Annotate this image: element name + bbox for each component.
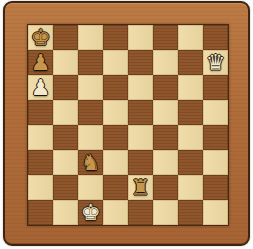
square-d1[interactable] [103, 200, 128, 225]
square-e6[interactable] [128, 75, 153, 100]
square-e1[interactable] [128, 200, 153, 225]
square-c3[interactable]: ♞ [78, 150, 103, 175]
square-c4[interactable] [78, 125, 103, 150]
square-c2[interactable] [78, 175, 103, 200]
square-d4[interactable] [103, 125, 128, 150]
square-h3[interactable] [203, 150, 228, 175]
square-e7[interactable] [128, 50, 153, 75]
square-e3[interactable] [128, 150, 153, 175]
square-g5[interactable] [178, 100, 203, 125]
square-b8[interactable] [53, 25, 78, 50]
square-g2[interactable] [178, 175, 203, 200]
square-f1[interactable] [153, 200, 178, 225]
square-f4[interactable] [153, 125, 178, 150]
square-d7[interactable] [103, 50, 128, 75]
square-h6[interactable] [203, 75, 228, 100]
square-e5[interactable] [128, 100, 153, 125]
square-e4[interactable] [128, 125, 153, 150]
square-a2[interactable] [28, 175, 53, 200]
square-b1[interactable] [53, 200, 78, 225]
square-h5[interactable] [203, 100, 228, 125]
square-d2[interactable] [103, 175, 128, 200]
square-h2[interactable] [203, 175, 228, 200]
square-a7[interactable]: ♟ [28, 50, 53, 75]
black-king[interactable]: ♚ [31, 27, 51, 49]
square-c7[interactable] [78, 50, 103, 75]
black-knight[interactable]: ♞ [81, 152, 101, 174]
square-c5[interactable] [78, 100, 103, 125]
white-pawn[interactable]: ♟ [31, 77, 51, 99]
square-g8[interactable] [178, 25, 203, 50]
square-f6[interactable] [153, 75, 178, 100]
square-c6[interactable] [78, 75, 103, 100]
square-e2[interactable]: ♜ [128, 175, 153, 200]
square-h1[interactable] [203, 200, 228, 225]
square-g1[interactable] [178, 200, 203, 225]
square-a8[interactable]: ♚ [28, 25, 53, 50]
square-g6[interactable] [178, 75, 203, 100]
square-b5[interactable] [53, 100, 78, 125]
board: ♚♟♛♟♞♜♚ [27, 24, 229, 226]
square-a4[interactable] [28, 125, 53, 150]
square-a5[interactable] [28, 100, 53, 125]
square-f2[interactable] [153, 175, 178, 200]
square-d3[interactable] [103, 150, 128, 175]
square-f3[interactable] [153, 150, 178, 175]
square-b7[interactable] [53, 50, 78, 75]
black-pawn[interactable]: ♟ [31, 52, 51, 74]
white-queen[interactable]: ♛ [206, 52, 226, 74]
square-d6[interactable] [103, 75, 128, 100]
square-g7[interactable] [178, 50, 203, 75]
square-b6[interactable] [53, 75, 78, 100]
square-f7[interactable] [153, 50, 178, 75]
board-frame: ♚♟♛♟♞♜♚ [3, 1, 250, 246]
white-king[interactable]: ♚ [81, 202, 101, 224]
square-a1[interactable] [28, 200, 53, 225]
square-g3[interactable] [178, 150, 203, 175]
square-f5[interactable] [153, 100, 178, 125]
square-h4[interactable] [203, 125, 228, 150]
square-c8[interactable] [78, 25, 103, 50]
square-c1[interactable]: ♚ [78, 200, 103, 225]
square-f8[interactable] [153, 25, 178, 50]
square-b4[interactable] [53, 125, 78, 150]
square-a6[interactable]: ♟ [28, 75, 53, 100]
square-d8[interactable] [103, 25, 128, 50]
square-b3[interactable] [53, 150, 78, 175]
square-h8[interactable] [203, 25, 228, 50]
square-b2[interactable] [53, 175, 78, 200]
square-h7[interactable]: ♛ [203, 50, 228, 75]
square-a3[interactable] [28, 150, 53, 175]
chess-app-canvas: ♚♟♛♟♞♜♚ [0, 0, 253, 249]
square-e8[interactable] [128, 25, 153, 50]
black-rook[interactable]: ♜ [131, 177, 151, 199]
square-d5[interactable] [103, 100, 128, 125]
square-g4[interactable] [178, 125, 203, 150]
